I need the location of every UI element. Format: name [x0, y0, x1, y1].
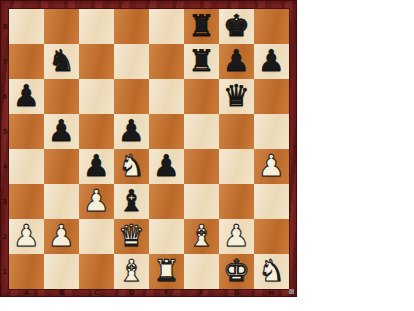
rank-label-4: 4 — [1, 149, 9, 184]
file-label-D: D — [114, 288, 149, 297]
rank-label-6: 6 — [1, 79, 9, 114]
white-pawn-b2[interactable]: ♟ — [48, 218, 75, 253]
square-h6[interactable] — [254, 79, 289, 114]
screenshot-canvas: 87654321 ♜♚♞♜♟♟♟♛♟♟♟♞♟♟♟♝♟♟♛♝♟♝♜♚♞ ABCDE… — [0, 0, 414, 311]
file-label-A: A — [9, 288, 44, 297]
square-d2[interactable]: ♛ — [114, 219, 149, 254]
black-king-g8[interactable]: ♚ — [223, 8, 250, 43]
square-h4[interactable]: ♟ — [254, 149, 289, 184]
square-c8[interactable] — [79, 9, 114, 44]
black-pawn-d5[interactable]: ♟ — [118, 113, 145, 148]
square-h5[interactable] — [254, 114, 289, 149]
square-g5[interactable] — [219, 114, 254, 149]
rank-labels: 87654321 — [1, 9, 9, 289]
square-f2[interactable]: ♝ — [184, 219, 219, 254]
square-a2[interactable]: ♟ — [9, 219, 44, 254]
rank-label-1: 1 — [1, 254, 9, 289]
white-queen-d2[interactable]: ♛ — [118, 218, 145, 253]
square-a8[interactable] — [9, 9, 44, 44]
square-e7[interactable] — [149, 44, 184, 79]
square-b8[interactable] — [44, 9, 79, 44]
square-f3[interactable] — [184, 184, 219, 219]
square-b4[interactable] — [44, 149, 79, 184]
file-label-G: G — [219, 288, 254, 297]
square-f8[interactable]: ♜ — [184, 9, 219, 44]
square-d8[interactable] — [114, 9, 149, 44]
square-e4[interactable]: ♟ — [149, 149, 184, 184]
square-h1[interactable]: ♞ — [254, 254, 289, 289]
square-g4[interactable] — [219, 149, 254, 184]
square-d5[interactable]: ♟ — [114, 114, 149, 149]
white-bishop-d1[interactable]: ♝ — [118, 253, 145, 288]
black-pawn-g7[interactable]: ♟ — [223, 43, 250, 78]
square-d1[interactable]: ♝ — [114, 254, 149, 289]
square-h8[interactable] — [254, 9, 289, 44]
rank-label-8: 8 — [1, 9, 9, 44]
square-a3[interactable] — [9, 184, 44, 219]
square-g1[interactable]: ♚ — [219, 254, 254, 289]
square-b3[interactable] — [44, 184, 79, 219]
corner-marker — [289, 289, 294, 294]
square-b7[interactable]: ♞ — [44, 44, 79, 79]
square-b1[interactable] — [44, 254, 79, 289]
file-label-C: C — [79, 288, 114, 297]
square-f4[interactable] — [184, 149, 219, 184]
square-g2[interactable]: ♟ — [219, 219, 254, 254]
black-rook-f7[interactable]: ♜ — [188, 43, 215, 78]
rank-label-2: 2 — [1, 219, 9, 254]
square-h3[interactable] — [254, 184, 289, 219]
square-a5[interactable] — [9, 114, 44, 149]
file-label-F: F — [184, 288, 219, 297]
square-a6[interactable]: ♟ — [9, 79, 44, 114]
square-f6[interactable] — [184, 79, 219, 114]
square-e1[interactable]: ♜ — [149, 254, 184, 289]
black-pawn-b5[interactable]: ♟ — [48, 113, 75, 148]
square-b6[interactable] — [44, 79, 79, 114]
file-labels: ABCDEFGH — [9, 288, 289, 297]
square-h7[interactable]: ♟ — [254, 44, 289, 79]
square-a1[interactable] — [9, 254, 44, 289]
square-e5[interactable] — [149, 114, 184, 149]
rank-label-7: 7 — [1, 44, 9, 79]
square-b2[interactable]: ♟ — [44, 219, 79, 254]
square-g8[interactable]: ♚ — [219, 9, 254, 44]
white-pawn-h4[interactable]: ♟ — [258, 148, 285, 183]
file-label-E: E — [149, 288, 184, 297]
square-c6[interactable] — [79, 79, 114, 114]
square-c7[interactable] — [79, 44, 114, 79]
square-d4[interactable]: ♞ — [114, 149, 149, 184]
white-knight-h1[interactable]: ♞ — [258, 253, 285, 288]
chess-board-frame: 87654321 ♜♚♞♜♟♟♟♛♟♟♟♞♟♟♟♝♟♟♛♝♟♝♜♚♞ ABCDE… — [0, 0, 297, 297]
rank-label-3: 3 — [1, 184, 9, 219]
black-pawn-c4[interactable]: ♟ — [83, 148, 110, 183]
square-g7[interactable]: ♟ — [219, 44, 254, 79]
square-e2[interactable] — [149, 219, 184, 254]
black-queen-g6[interactable]: ♛ — [223, 78, 250, 113]
square-a7[interactable] — [9, 44, 44, 79]
white-bishop-f2[interactable]: ♝ — [188, 218, 215, 253]
square-c3[interactable]: ♟ — [79, 184, 114, 219]
square-c1[interactable] — [79, 254, 114, 289]
white-pawn-c3[interactable]: ♟ — [83, 183, 110, 218]
white-pawn-g2[interactable]: ♟ — [223, 218, 250, 253]
square-d3[interactable]: ♝ — [114, 184, 149, 219]
file-label-B: B — [44, 288, 79, 297]
square-g3[interactable] — [219, 184, 254, 219]
black-pawn-a6[interactable]: ♟ — [13, 78, 40, 113]
square-e6[interactable] — [149, 79, 184, 114]
white-king-g1[interactable]: ♚ — [223, 253, 250, 288]
black-bishop-d3[interactable]: ♝ — [118, 183, 145, 218]
black-knight-b7[interactable]: ♞ — [48, 43, 75, 78]
black-pawn-h7[interactable]: ♟ — [258, 43, 285, 78]
file-label-H: H — [254, 288, 289, 297]
square-f7[interactable]: ♜ — [184, 44, 219, 79]
rank-label-5: 5 — [1, 114, 9, 149]
square-d7[interactable] — [114, 44, 149, 79]
black-pawn-e4[interactable]: ♟ — [153, 148, 180, 183]
square-a4[interactable] — [9, 149, 44, 184]
square-g6[interactable]: ♛ — [219, 79, 254, 114]
square-e3[interactable] — [149, 184, 184, 219]
square-c2[interactable] — [79, 219, 114, 254]
white-pawn-a2[interactable]: ♟ — [13, 218, 40, 253]
black-rook-f8[interactable]: ♜ — [188, 8, 215, 43]
square-c4[interactable]: ♟ — [79, 149, 114, 184]
square-f1[interactable] — [184, 254, 219, 289]
square-b5[interactable]: ♟ — [44, 114, 79, 149]
white-knight-d4[interactable]: ♞ — [118, 148, 145, 183]
white-rook-e1[interactable]: ♜ — [153, 253, 180, 288]
square-c5[interactable] — [79, 114, 114, 149]
board-grid: ♜♚♞♜♟♟♟♛♟♟♟♞♟♟♟♝♟♟♛♝♟♝♜♚♞ — [9, 9, 289, 289]
square-d6[interactable] — [114, 79, 149, 114]
square-f5[interactable] — [184, 114, 219, 149]
square-e8[interactable] — [149, 9, 184, 44]
square-h2[interactable] — [254, 219, 289, 254]
